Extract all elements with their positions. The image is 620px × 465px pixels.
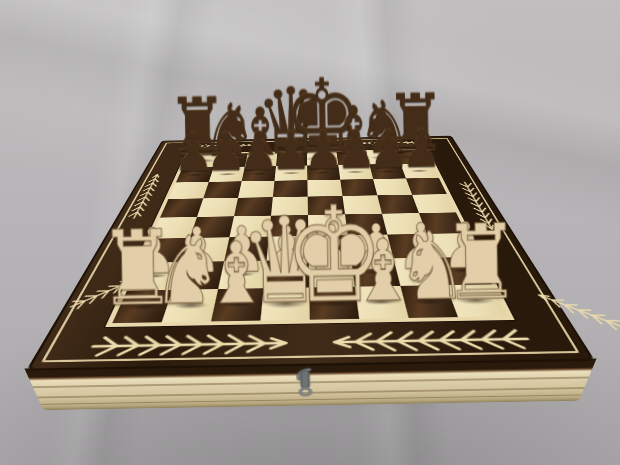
piece-glyph: ♜ [441, 211, 522, 316]
piece-glyph: ♟ [400, 123, 441, 176]
piece-glyph: ♜ [97, 217, 178, 322]
piece-glyph: ♚ [282, 188, 385, 322]
photo-scene: ♜♞♝♛♚♝♞♜♟♟♟♟♟♟♟♟♟♟♟♟♟♟♟♟♜♞♝♛♚♝♞♜ [0, 0, 620, 465]
clasp-hook-icon [294, 367, 315, 400]
